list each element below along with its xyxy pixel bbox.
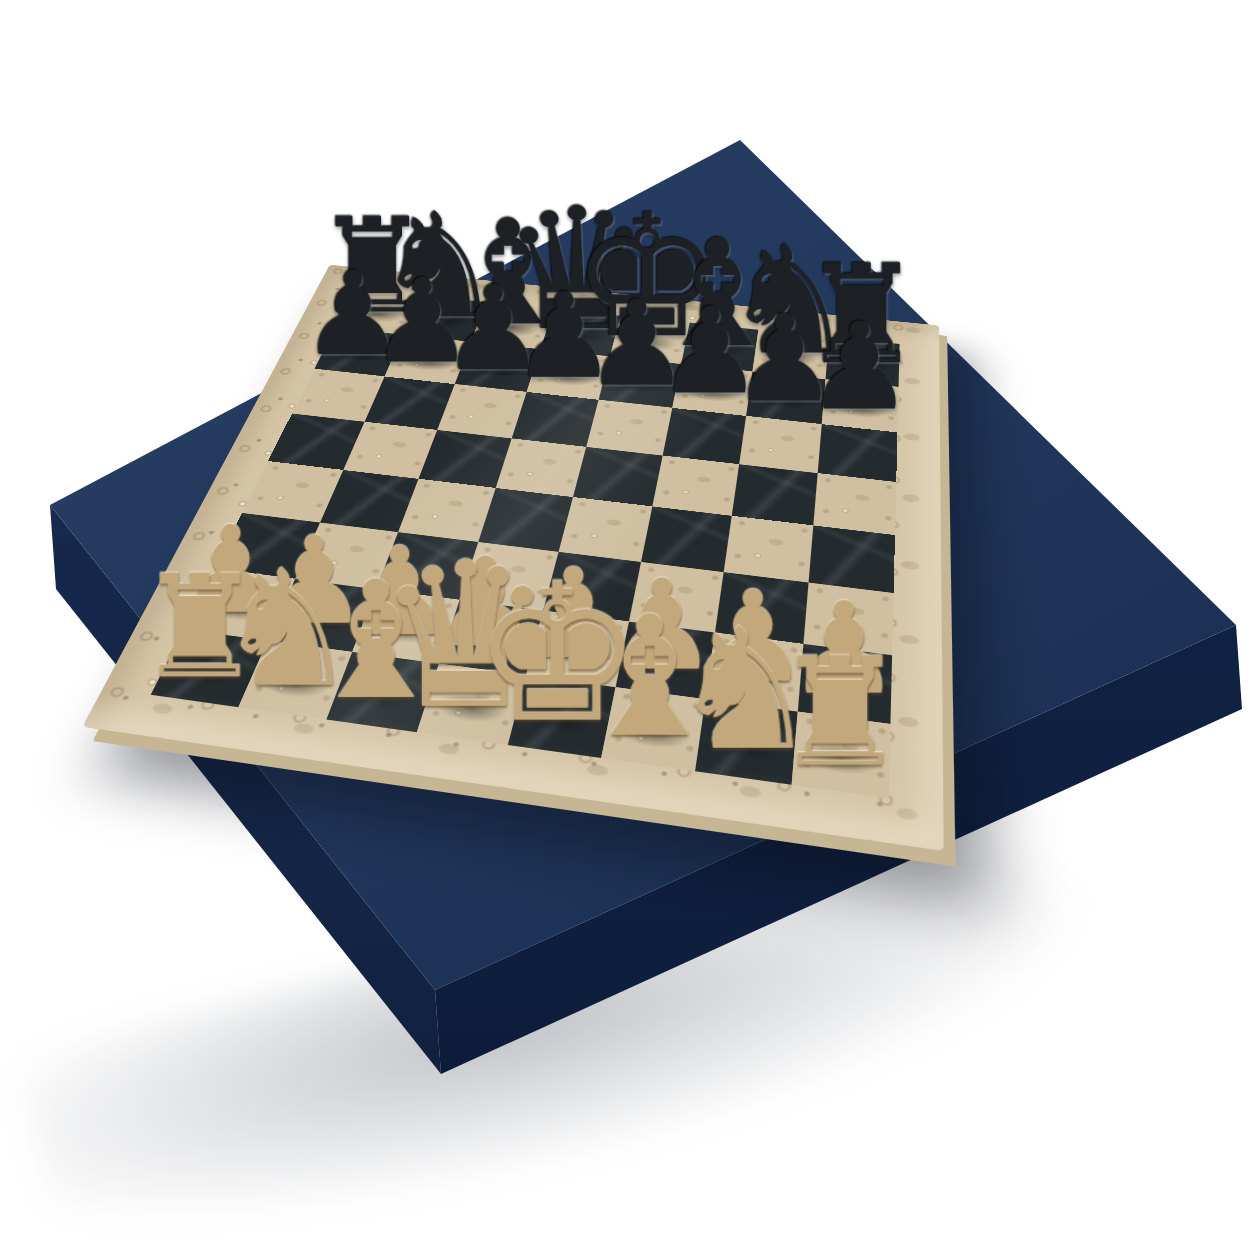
piece-black-king-e8: ♚	[571, 199, 723, 355]
square-d5	[495, 438, 586, 497]
piece-black-pawn-d7: ♟	[512, 282, 618, 390]
piece-shadow	[832, 352, 894, 376]
chessboard: ♜♞♝♛♚♝♞♜♟♟♟♟♟♟♟♟♟♟♟♟♟♟♟♟♜♞♝♛♚♝♞♜	[82, 265, 943, 851]
piece-shadow	[464, 357, 529, 381]
piece-black-bishop-f8: ♝	[651, 226, 784, 362]
piece-black-pawn-e7: ♟	[584, 289, 690, 398]
square-h8: ♜	[825, 337, 900, 387]
piece-shadow	[688, 338, 750, 362]
square-d6	[511, 392, 598, 447]
square-a8: ♜	[335, 289, 420, 335]
square-a5	[268, 413, 364, 470]
square-c5	[419, 430, 512, 488]
piece-black-queen-d8: ♛	[502, 193, 653, 348]
piece-black-pawn-h7: ♟	[806, 311, 914, 422]
square-e5	[573, 447, 662, 507]
square-c6	[437, 384, 526, 438]
square-a7: ♟	[315, 327, 403, 376]
piece-black-bishop-c8: ♝	[443, 207, 573, 341]
piece-black-pawn-g7: ♟	[731, 304, 839, 414]
piece-shadow	[828, 395, 892, 421]
square-h7: ♟	[821, 379, 898, 433]
square-f7: ♟	[672, 364, 753, 416]
square-c8: ♝	[471, 302, 553, 349]
square-e8: ♚	[610, 316, 689, 364]
square-d7: ♟	[526, 349, 610, 400]
board-grid: ♜♞♝♛♚♝♞♜♟♟♟♟♟♟♟♟♟♟♟♟♟♟♟♟♜♞♝♛♚♝♞♜	[151, 289, 900, 799]
piece-shadow	[345, 303, 409, 325]
piece-black-pawn-f7: ♟	[657, 297, 764, 407]
piece-black-knight-b8: ♞	[375, 200, 505, 333]
board-scene: ♜♞♝♛♚♝♞♜♟♟♟♟♟♟♟♟♟♟♟♟♟♟♟♟♜♞♝♛♚♝♞♜	[0, 0, 1250, 1250]
piece-shadow	[760, 345, 822, 369]
square-f5	[652, 455, 739, 516]
piece-shadow	[480, 316, 543, 339]
square-g7: ♟	[746, 371, 825, 424]
square-f8: ♝	[681, 323, 759, 372]
square-h6	[817, 424, 897, 482]
square-b8: ♞	[403, 295, 486, 341]
square-h5	[813, 473, 896, 535]
piece-shadow	[549, 323, 612, 346]
piece-shadow	[535, 365, 600, 390]
piece-shadow	[607, 372, 672, 397]
square-e7: ♟	[599, 356, 681, 408]
square-b6	[364, 376, 454, 429]
square-b7: ♟	[384, 334, 471, 384]
piece-black-pawn-a7: ♟	[301, 261, 405, 367]
square-g5	[732, 464, 817, 525]
product-photo: ♜♞♝♛♚♝♞♜♟♟♟♟♟♟♟♟♟♟♟♟♟♟♟♟♜♞♝♛♚♝♞♜	[0, 0, 1250, 1250]
piece-shadow	[325, 343, 391, 367]
piece-black-rook-a8: ♜	[314, 206, 431, 326]
square-d8: ♛	[540, 309, 621, 356]
piece-black-pawn-b7: ♟	[370, 268, 474, 375]
square-h1: ♜	[791, 711, 890, 798]
square-c7: ♟	[455, 342, 540, 392]
piece-white-rook-h1: ♜	[773, 643, 907, 781]
piece-shadow	[618, 331, 681, 354]
piece-black-pawn-c7: ♟	[441, 275, 546, 383]
square-a6	[292, 369, 384, 422]
piece-black-knight-g8: ♞	[723, 233, 857, 370]
piece-shadow	[394, 350, 460, 374]
piece-shadow	[680, 380, 745, 405]
piece-shadow	[753, 388, 817, 414]
piece-shadow	[412, 310, 475, 332]
square-g6	[739, 416, 821, 473]
square-e6	[586, 400, 672, 455]
piece-black-rook-h8: ♜	[801, 252, 923, 378]
square-g8: ♞	[753, 330, 829, 379]
square-b5	[343, 421, 437, 478]
square-f6	[662, 408, 746, 464]
